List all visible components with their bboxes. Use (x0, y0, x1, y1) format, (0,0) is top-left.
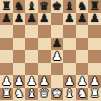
square-c5[interactable] (25, 38, 38, 51)
square-b8[interactable]: ♞ (13, 0, 26, 13)
square-e1[interactable]: ♚ (51, 88, 64, 101)
square-h5[interactable] (88, 38, 101, 51)
square-g2[interactable]: ♟ (76, 75, 89, 88)
piece-black-pawn[interactable]: ♟ (1, 13, 11, 25)
square-a1[interactable]: ♜ (0, 88, 13, 101)
square-c6[interactable] (25, 25, 38, 38)
square-d4[interactable] (38, 50, 51, 63)
square-a4[interactable] (0, 50, 13, 63)
square-b3[interactable] (13, 63, 26, 76)
square-e4[interactable]: ♟ (51, 50, 64, 63)
square-d6[interactable] (38, 25, 51, 38)
square-e8[interactable]: ♚ (51, 0, 64, 13)
square-a5[interactable] (0, 38, 13, 51)
square-g4[interactable] (76, 50, 89, 63)
square-a8[interactable]: ♜ (0, 0, 13, 13)
piece-black-knight[interactable]: ♞ (77, 1, 87, 13)
square-c4[interactable] (25, 50, 38, 63)
square-d1[interactable]: ♛ (38, 88, 51, 101)
square-h1[interactable]: ♜ (88, 88, 101, 101)
square-h6[interactable] (88, 25, 101, 38)
piece-white-rook[interactable]: ♜ (1, 88, 11, 100)
square-e7[interactable] (51, 13, 64, 26)
square-g8[interactable]: ♞ (76, 0, 89, 13)
piece-black-rook[interactable]: ♜ (90, 1, 100, 13)
square-a7[interactable]: ♟ (0, 13, 13, 26)
square-h7[interactable]: ♟ (88, 13, 101, 26)
chess-board: ♜♞♝♛♚♝♞♜♟♟♟♟♟♟♟♟♟♟♟♟♟♟♟♟♜♞♝♛♚♝♞♜ (0, 0, 101, 100)
piece-black-rook[interactable]: ♜ (1, 1, 11, 13)
square-f3[interactable] (63, 63, 76, 76)
square-a6[interactable] (0, 25, 13, 38)
square-d3[interactable] (38, 63, 51, 76)
square-h3[interactable] (88, 63, 101, 76)
square-f4[interactable] (63, 50, 76, 63)
square-b5[interactable] (13, 38, 26, 51)
square-g6[interactable] (76, 25, 89, 38)
square-f6[interactable] (63, 25, 76, 38)
square-f1[interactable]: ♝ (63, 88, 76, 101)
piece-black-queen[interactable]: ♛ (39, 1, 49, 13)
square-g1[interactable]: ♞ (76, 88, 89, 101)
square-a2[interactable]: ♟ (0, 75, 13, 88)
piece-black-pawn[interactable]: ♟ (26, 13, 36, 25)
square-f5[interactable] (63, 38, 76, 51)
square-a3[interactable] (0, 63, 13, 76)
piece-white-pawn[interactable]: ♟ (64, 76, 74, 88)
square-b2[interactable]: ♟ (13, 75, 26, 88)
piece-black-bishop[interactable]: ♝ (26, 1, 36, 13)
piece-white-pawn[interactable]: ♟ (14, 76, 24, 88)
square-f7[interactable]: ♟ (63, 13, 76, 26)
square-f2[interactable]: ♟ (63, 75, 76, 88)
square-c3[interactable] (25, 63, 38, 76)
square-e5[interactable]: ♟ (51, 38, 64, 51)
square-e3[interactable] (51, 63, 64, 76)
piece-white-bishop[interactable]: ♝ (64, 88, 74, 100)
square-d8[interactable]: ♛ (38, 0, 51, 13)
square-c1[interactable]: ♝ (25, 88, 38, 101)
piece-black-pawn[interactable]: ♟ (14, 13, 24, 25)
piece-black-knight[interactable]: ♞ (14, 1, 24, 13)
square-b1[interactable]: ♞ (13, 88, 26, 101)
piece-white-king[interactable]: ♚ (52, 88, 62, 100)
square-d7[interactable]: ♟ (38, 13, 51, 26)
square-b6[interactable] (13, 25, 26, 38)
piece-white-knight[interactable]: ♞ (77, 88, 87, 100)
piece-black-pawn[interactable]: ♟ (64, 13, 74, 25)
piece-white-pawn[interactable]: ♟ (77, 76, 87, 88)
square-e6[interactable] (51, 25, 64, 38)
square-h2[interactable]: ♟ (88, 75, 101, 88)
piece-white-pawn[interactable]: ♟ (90, 76, 100, 88)
piece-white-queen[interactable]: ♛ (39, 88, 49, 100)
square-c7[interactable]: ♟ (25, 13, 38, 26)
square-h4[interactable] (88, 50, 101, 63)
square-d5[interactable] (38, 38, 51, 51)
square-h8[interactable]: ♜ (88, 0, 101, 13)
square-g3[interactable] (76, 63, 89, 76)
piece-black-pawn[interactable]: ♟ (90, 13, 100, 25)
square-e2[interactable] (51, 75, 64, 88)
square-b4[interactable] (13, 50, 26, 63)
piece-black-pawn[interactable]: ♟ (52, 38, 62, 50)
piece-white-bishop[interactable]: ♝ (26, 88, 36, 100)
piece-black-bishop[interactable]: ♝ (64, 1, 74, 13)
piece-white-rook[interactable]: ♜ (90, 88, 100, 100)
piece-black-pawn[interactable]: ♟ (39, 13, 49, 25)
square-g5[interactable] (76, 38, 89, 51)
piece-white-pawn[interactable]: ♟ (26, 76, 36, 88)
piece-white-pawn[interactable]: ♟ (52, 51, 62, 63)
piece-black-pawn[interactable]: ♟ (77, 13, 87, 25)
piece-black-king[interactable]: ♚ (52, 1, 62, 13)
square-c2[interactable]: ♟ (25, 75, 38, 88)
square-c8[interactable]: ♝ (25, 0, 38, 13)
piece-white-pawn[interactable]: ♟ (39, 76, 49, 88)
square-f8[interactable]: ♝ (63, 0, 76, 13)
square-b7[interactable]: ♟ (13, 13, 26, 26)
square-d2[interactable]: ♟ (38, 75, 51, 88)
square-g7[interactable]: ♟ (76, 13, 89, 26)
piece-white-knight[interactable]: ♞ (14, 88, 24, 100)
piece-white-pawn[interactable]: ♟ (1, 76, 11, 88)
